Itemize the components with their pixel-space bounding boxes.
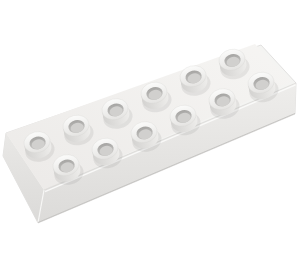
product-photo — [0, 0, 300, 265]
duplo-plate-2x6-image — [0, 0, 300, 265]
